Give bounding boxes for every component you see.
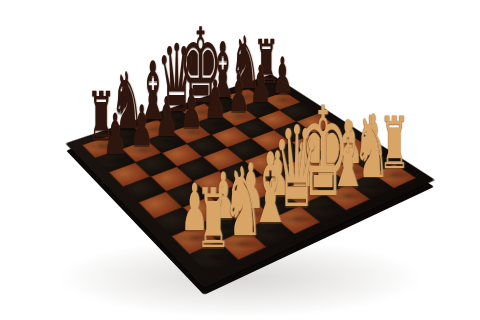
black-pawn[interactable]: ♟ xyxy=(70,129,160,160)
white-rook-icon: ♜ xyxy=(196,179,230,261)
chess-set-photo: ♜♞♝♛♚♝♞♜♟♟♟♟♟♟♟♟♟♟♟♟♟♟♟♟♜♞♝♛♚♝♞♜ xyxy=(0,0,480,320)
black-pawn-icon: ♟ xyxy=(103,106,127,163)
white-rook[interactable]: ♜ xyxy=(169,213,259,257)
